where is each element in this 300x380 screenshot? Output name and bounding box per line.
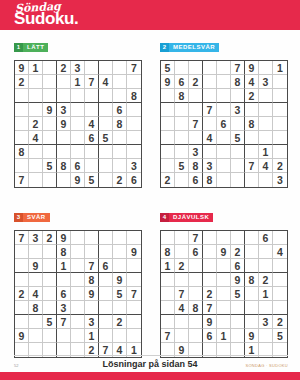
- sudoku-cell: [127, 103, 141, 117]
- sudoku-cell: [203, 259, 217, 273]
- sudoku-cell: 2: [161, 173, 175, 187]
- sudoku-cell: [29, 75, 43, 89]
- sudoku-cell: [273, 287, 287, 301]
- sudoku-grid-3: 732989917689246957835732912741: [14, 230, 142, 358]
- sudoku-cell: 6: [231, 259, 245, 273]
- sudoku-cell: [203, 117, 217, 131]
- sudoku-cell: 7: [127, 287, 141, 301]
- sudoku-cell: [71, 89, 85, 103]
- sudoku-cell: [71, 231, 85, 245]
- sudoku-cell: [57, 131, 71, 145]
- sudoku-cell: 5: [113, 287, 127, 301]
- sudoku-cell: [43, 131, 57, 145]
- sudoku-cell: 6: [189, 245, 203, 259]
- sudoku-cell: 5: [43, 159, 57, 173]
- sudoku-cell: 7: [127, 61, 141, 75]
- puzzle-4-djavulsk: 4 DJÄVULSK 76869241269827251487932761959…: [160, 205, 288, 358]
- sudoku-cell: 6: [259, 231, 273, 245]
- sudoku-cell: [113, 61, 127, 75]
- sudoku-cell: [29, 329, 43, 343]
- sudoku-cell: 6: [189, 173, 203, 187]
- badge-number: 2: [160, 43, 169, 52]
- difficulty-badge: 3 SVÅR: [14, 213, 50, 222]
- sudoku-cell: [245, 173, 259, 187]
- sudoku-cell: [217, 287, 231, 301]
- sudoku-cell: 8: [175, 89, 189, 103]
- sudoku-cell: [245, 259, 259, 273]
- sudoku-cell: 5: [99, 131, 113, 145]
- sudoku-cell: [15, 117, 29, 131]
- sudoku-cell: [29, 273, 43, 287]
- sudoku-cell: [85, 89, 99, 103]
- sudoku-cell: 8: [245, 117, 259, 131]
- sudoku-cell: 2: [43, 231, 57, 245]
- badge-label: MEDELSVÅR: [169, 43, 219, 52]
- sudoku-cell: 6: [203, 329, 217, 343]
- sudoku-cell: [113, 245, 127, 259]
- sudoku-cell: [175, 245, 189, 259]
- sudoku-cell: [29, 103, 43, 117]
- sudoku-cell: [113, 89, 127, 103]
- sudoku-cell: 5: [161, 61, 175, 75]
- sudoku-cell: 2: [57, 61, 71, 75]
- sudoku-cell: 1: [259, 287, 273, 301]
- sudoku-cell: [245, 131, 259, 145]
- header-banner: Söndag Sudoku.: [0, 0, 300, 30]
- sudoku-cell: [217, 103, 231, 117]
- sudoku-cell: [85, 301, 99, 315]
- sudoku-cell: 9: [15, 61, 29, 75]
- sudoku-cell: [231, 89, 245, 103]
- sudoku-cell: 2: [273, 159, 287, 173]
- sudoku-cell: [161, 145, 175, 159]
- footer-divider: [14, 355, 288, 356]
- sudoku-cell: [217, 259, 231, 273]
- puzzle-2-medelsvar: 2 MEDELSVÅR 5791962843827376845315837422…: [160, 35, 288, 188]
- sudoku-cell: [231, 231, 245, 245]
- footer-issue: SÖNDAG · SUDOKU: [245, 363, 288, 368]
- sudoku-cell: [99, 245, 113, 259]
- sudoku-cell: [127, 231, 141, 245]
- sudoku-cell: [43, 287, 57, 301]
- sudoku-cell: [175, 273, 189, 287]
- sudoku-cell: 1: [273, 61, 287, 75]
- sudoku-cell: [161, 273, 175, 287]
- sudoku-cell: [99, 287, 113, 301]
- sudoku-cell: 5: [231, 287, 245, 301]
- sudoku-cell: [189, 259, 203, 273]
- sudoku-cell: [161, 301, 175, 315]
- sudoku-cell: 4: [273, 245, 287, 259]
- sudoku-cell: [99, 103, 113, 117]
- sudoku-cell: [273, 131, 287, 145]
- sudoku-cell: [175, 315, 189, 329]
- sudoku-cell: 7: [203, 301, 217, 315]
- sudoku-cell: [57, 75, 71, 89]
- sudoku-cell: [99, 173, 113, 187]
- sudoku-cell: 3: [231, 103, 245, 117]
- sudoku-cell: [71, 245, 85, 259]
- sudoku-cell: [71, 273, 85, 287]
- sudoku-cell: 7: [245, 159, 259, 173]
- difficulty-badge: 4 DJÄVULSK: [160, 213, 213, 222]
- sudoku-cell: [43, 245, 57, 259]
- sudoku-cell: 3: [85, 315, 99, 329]
- sudoku-cell: 6: [85, 131, 99, 145]
- sudoku-cell: [175, 145, 189, 159]
- sudoku-cell: 7: [161, 329, 175, 343]
- sudoku-cell: [85, 103, 99, 117]
- sudoku-cell: [99, 117, 113, 131]
- bottom-strip: [0, 372, 300, 380]
- sudoku-cell: [175, 329, 189, 343]
- sudoku-cell: [99, 273, 113, 287]
- sudoku-cell: 7: [15, 231, 29, 245]
- sudoku-cell: [57, 273, 71, 287]
- sudoku-cell: 7: [57, 315, 71, 329]
- sudoku-cell: [217, 131, 231, 145]
- sudoku-cell: 1: [71, 75, 85, 89]
- sudoku-cell: 3: [259, 315, 273, 329]
- sudoku-cell: 2: [113, 173, 127, 187]
- sudoku-cell: [71, 117, 85, 131]
- sudoku-cell: 1: [259, 145, 273, 159]
- sudoku-cell: 7: [15, 173, 29, 187]
- sudoku-cell: [71, 103, 85, 117]
- sudoku-cell: 3: [203, 159, 217, 173]
- difficulty-badge: 2 MEDELSVÅR: [160, 43, 219, 52]
- sudoku-cell: [85, 231, 99, 245]
- sudoku-cell: [259, 329, 273, 343]
- sudoku-cell: [127, 117, 141, 131]
- sudoku-cell: [85, 145, 99, 159]
- sudoku-cell: 1: [85, 329, 99, 343]
- sudoku-cell: [15, 159, 29, 173]
- sudoku-cell: [273, 273, 287, 287]
- sudoku-cell: 9: [71, 173, 85, 187]
- sudoku-cell: [85, 159, 99, 173]
- sudoku-cell: [203, 231, 217, 245]
- sudoku-cell: [29, 245, 43, 259]
- sudoku-cell: [15, 89, 29, 103]
- sudoku-cell: [161, 287, 175, 301]
- sudoku-cell: [71, 259, 85, 273]
- sudoku-cell: [57, 173, 71, 187]
- sudoku-cell: 4: [29, 287, 43, 301]
- sudoku-cell: [273, 75, 287, 89]
- sudoku-cell: 5: [231, 131, 245, 145]
- badge-number: 3: [14, 213, 23, 222]
- sudoku-cell: 8: [189, 301, 203, 315]
- sudoku-cell: [189, 315, 203, 329]
- sudoku-cell: [217, 173, 231, 187]
- sudoku-cell: [43, 61, 57, 75]
- sudoku-cell: [259, 131, 273, 145]
- sudoku-cell: [217, 61, 231, 75]
- sudoku-cell: 8: [29, 301, 43, 315]
- sudoku-cell: 9: [29, 259, 43, 273]
- sudoku-cell: [71, 145, 85, 159]
- sudoku-cell: [259, 103, 273, 117]
- sudoku-cell: 3: [29, 231, 43, 245]
- sudoku-cell: 8: [161, 245, 175, 259]
- sudoku-cell: [217, 75, 231, 89]
- sudoku-cell: 4: [29, 131, 43, 145]
- sudoku-cell: 3: [259, 75, 273, 89]
- sudoku-cell: 9: [57, 231, 71, 245]
- sudoku-cell: 9: [85, 287, 99, 301]
- sudoku-cell: 6: [99, 259, 113, 273]
- sudoku-cell: [29, 145, 43, 159]
- sudoku-grid-2: 5791962843827376845315837422683: [160, 60, 288, 188]
- sudoku-cell: [43, 75, 57, 89]
- sudoku-cell: 9: [203, 315, 217, 329]
- sudoku-cell: [113, 131, 127, 145]
- sudoku-cell: [15, 103, 29, 117]
- sudoku-cell: 2: [113, 315, 127, 329]
- sudoku-cell: [71, 315, 85, 329]
- sudoku-cell: [231, 159, 245, 173]
- sudoku-cell: 2: [259, 273, 273, 287]
- sudoku-cell: 7: [231, 61, 245, 75]
- sudoku-cell: [217, 159, 231, 173]
- sudoku-cell: [203, 89, 217, 103]
- sudoku-cell: [217, 231, 231, 245]
- sudoku-cell: [273, 231, 287, 245]
- sudoku-cell: 1: [57, 259, 71, 273]
- sudoku-cell: [189, 329, 203, 343]
- sudoku-cell: [259, 89, 273, 103]
- badge-number: 4: [160, 213, 169, 222]
- sudoku-cell: [71, 287, 85, 301]
- sudoku-cell: 9: [245, 329, 259, 343]
- sudoku-cell: [175, 61, 189, 75]
- sudoku-cell: 7: [175, 287, 189, 301]
- sudoku-cell: [99, 301, 113, 315]
- sudoku-cell: 8: [15, 145, 29, 159]
- sudoku-cell: [245, 315, 259, 329]
- sudoku-cell: [43, 301, 57, 315]
- sudoku-cell: [99, 145, 113, 159]
- sudoku-cell: [43, 145, 57, 159]
- sudoku-cell: [161, 159, 175, 173]
- sudoku-cell: [113, 301, 127, 315]
- sudoku-cell: [15, 301, 29, 315]
- sudoku-cell: [127, 131, 141, 145]
- puzzle-3-svar: 3 SVÅR 732989917689246957835732912741: [14, 205, 142, 358]
- sudoku-cell: 8: [57, 159, 71, 173]
- sudoku-cell: [259, 301, 273, 315]
- sudoku-cell: [203, 75, 217, 89]
- sudoku-cell: [161, 89, 175, 103]
- badge-label: DJÄVULSK: [169, 213, 213, 222]
- badge-label: LÄTT: [23, 43, 48, 52]
- sudoku-cell: [15, 315, 29, 329]
- sudoku-cell: 2: [273, 315, 287, 329]
- sudoku-cell: [15, 245, 29, 259]
- sudoku-cell: 7: [189, 231, 203, 245]
- sudoku-cell: [127, 75, 141, 89]
- sudoku-cell: [273, 103, 287, 117]
- sudoku-cell: 4: [203, 131, 217, 145]
- sudoku-cell: [71, 131, 85, 145]
- sudoku-cell: [217, 301, 231, 315]
- sudoku-cell: [99, 159, 113, 173]
- sudoku-cell: [273, 301, 287, 315]
- sudoku-cell: 5: [175, 159, 189, 173]
- sudoku-cell: [231, 301, 245, 315]
- sudoku-cell: 6: [113, 103, 127, 117]
- sudoku-cell: 6: [57, 287, 71, 301]
- sudoku-cell: [113, 145, 127, 159]
- sudoku-cell: [175, 117, 189, 131]
- sudoku-cell: [127, 273, 141, 287]
- sudoku-cell: [127, 329, 141, 343]
- sudoku-cell: 3: [57, 301, 71, 315]
- sudoku-cell: [231, 117, 245, 131]
- sudoku-cell: 7: [85, 75, 99, 89]
- sudoku-cell: 4: [259, 159, 273, 173]
- sudoku-cell: 9: [15, 329, 29, 343]
- sudoku-cell: [127, 145, 141, 159]
- sudoku-cell: [57, 89, 71, 103]
- sudoku-cell: [245, 103, 259, 117]
- sudoku-cell: 2: [245, 89, 259, 103]
- sudoku-cell: [43, 259, 57, 273]
- sudoku-cell: [127, 315, 141, 329]
- sudoku-cell: 7: [85, 259, 99, 273]
- sudoku-cell: [99, 315, 113, 329]
- sudoku-cell: [259, 245, 273, 259]
- brand-title: Sudoku.: [14, 9, 78, 29]
- sudoku-cell: [15, 259, 29, 273]
- sudoku-cell: [259, 173, 273, 187]
- sudoku-cell: [113, 75, 127, 89]
- sudoku-cell: [15, 273, 29, 287]
- sudoku-cell: 2: [15, 287, 29, 301]
- sudoku-cell: [113, 159, 127, 173]
- puzzle-1-latt: 1 LÄTT 912372174893629484658586379526: [14, 35, 142, 188]
- sudoku-cell: 5: [43, 315, 57, 329]
- sudoku-cell: [189, 287, 203, 301]
- sudoku-cell: [203, 61, 217, 75]
- sudoku-cell: [245, 231, 259, 245]
- sudoku-cell: 6: [71, 159, 85, 173]
- sudoku-cell: 8: [231, 75, 245, 89]
- sudoku-cell: [43, 173, 57, 187]
- sudoku-cell: [231, 315, 245, 329]
- badge-label: SVÅR: [23, 213, 50, 222]
- sudoku-cell: 2: [231, 245, 245, 259]
- sudoku-cell: [43, 273, 57, 287]
- sudoku-cell: [43, 329, 57, 343]
- sudoku-cell: 9: [217, 245, 231, 259]
- sudoku-cell: [99, 231, 113, 245]
- sudoku-cell: 8: [57, 245, 71, 259]
- sudoku-cell: [29, 173, 43, 187]
- sudoku-cell: [29, 89, 43, 103]
- sudoku-cell: [127, 259, 141, 273]
- sudoku-cell: [203, 145, 217, 159]
- sudoku-cell: 8: [203, 173, 217, 187]
- sudoku-cell: 7: [203, 103, 217, 117]
- sudoku-cell: [231, 145, 245, 159]
- sudoku-cell: [71, 301, 85, 315]
- sudoku-cell: [175, 231, 189, 245]
- sudoku-cell: [99, 89, 113, 103]
- sudoku-cell: 1: [217, 329, 231, 343]
- sudoku-cell: 9: [245, 61, 259, 75]
- sudoku-cell: [259, 259, 273, 273]
- sudoku-cell: [259, 61, 273, 75]
- difficulty-badge: 1 LÄTT: [14, 43, 48, 52]
- sudoku-cell: 8: [245, 273, 259, 287]
- sudoku-cell: [203, 273, 217, 287]
- sudoku-cell: [29, 315, 43, 329]
- sudoku-cell: [43, 89, 57, 103]
- sudoku-grid-4: 768692412698272514879327619591: [160, 230, 288, 358]
- sudoku-cell: [217, 315, 231, 329]
- sudoku-cell: [231, 173, 245, 187]
- sudoku-cell: 8: [85, 273, 99, 287]
- sudoku-cell: [99, 329, 113, 343]
- sudoku-cell: 4: [85, 117, 99, 131]
- sudoku-cell: [113, 329, 127, 343]
- sudoku-cell: 3: [127, 159, 141, 173]
- sudoku-cell: [161, 231, 175, 245]
- sudoku-cell: 9: [57, 117, 71, 131]
- sudoku-cell: [217, 145, 231, 159]
- sudoku-cell: 9: [231, 273, 245, 287]
- sudoku-cell: [245, 245, 259, 259]
- sudoku-cell: 1: [161, 259, 175, 273]
- sudoku-cell: [113, 259, 127, 273]
- sudoku-cell: [245, 287, 259, 301]
- sudoku-cell: 6: [217, 117, 231, 131]
- sudoku-cell: 8: [189, 159, 203, 173]
- sudoku-cell: [189, 89, 203, 103]
- sudoku-cell: [273, 117, 287, 131]
- sudoku-grid-1: 912372174893629484658586379526: [14, 60, 142, 188]
- sudoku-cell: 1: [29, 61, 43, 75]
- sudoku-cell: [273, 259, 287, 273]
- sudoku-cell: [57, 329, 71, 343]
- sudoku-cell: [189, 103, 203, 117]
- newspaper-sudoku-page: Söndag Sudoku. 1 LÄTT 912372174893629484…: [0, 0, 300, 380]
- sudoku-cell: [15, 131, 29, 145]
- sudoku-cell: [259, 117, 273, 131]
- sudoku-cell: [273, 145, 287, 159]
- sudoku-cell: 2: [29, 117, 43, 131]
- sudoku-cell: 2: [203, 287, 217, 301]
- sudoku-cell: 6: [175, 75, 189, 89]
- sudoku-cell: 3: [273, 173, 287, 187]
- sudoku-cell: 8: [113, 117, 127, 131]
- sudoku-cell: 4: [175, 301, 189, 315]
- sudoku-cell: [189, 61, 203, 75]
- sudoku-cell: [99, 61, 113, 75]
- sudoku-cell: 5: [85, 173, 99, 187]
- sudoku-cell: 8: [127, 89, 141, 103]
- sudoku-cell: [161, 315, 175, 329]
- sudoku-cell: 2: [15, 75, 29, 89]
- sudoku-cell: 3: [71, 61, 85, 75]
- sudoku-cell: 9: [161, 75, 175, 89]
- sudoku-cell: [161, 131, 175, 145]
- sudoku-cell: [175, 173, 189, 187]
- sudoku-cell: 3: [57, 103, 71, 117]
- sudoku-cell: [245, 301, 259, 315]
